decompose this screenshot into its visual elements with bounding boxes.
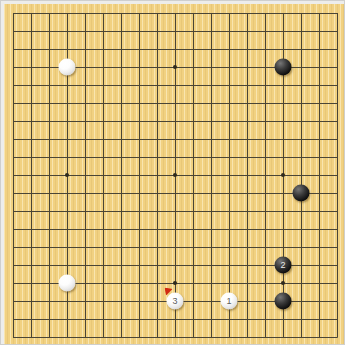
- intersection-L10[interactable]: [184, 166, 202, 184]
- intersection-J15[interactable]: [148, 76, 166, 94]
- intersection-N14[interactable]: [220, 94, 238, 112]
- intersection-A17[interactable]: [4, 40, 22, 58]
- intersection-M3[interactable]: [202, 292, 220, 310]
- intersection-S3[interactable]: [310, 292, 328, 310]
- intersection-R3[interactable]: [292, 292, 310, 310]
- intersection-H9[interactable]: [130, 184, 148, 202]
- intersection-J3[interactable]: [148, 292, 166, 310]
- intersection-N4[interactable]: [220, 274, 238, 292]
- intersection-S13[interactable]: [310, 112, 328, 130]
- intersection-F19[interactable]: [94, 4, 112, 22]
- intersection-E14[interactable]: [76, 94, 94, 112]
- intersection-J16[interactable]: [148, 58, 166, 76]
- intersection-P12[interactable]: [256, 130, 274, 148]
- intersection-P17[interactable]: [256, 40, 274, 58]
- intersection-C19[interactable]: [40, 4, 58, 22]
- intersection-A5[interactable]: [4, 256, 22, 274]
- intersection-R15[interactable]: [292, 76, 310, 94]
- intersection-O14[interactable]: [238, 94, 256, 112]
- intersection-Q18[interactable]: [274, 22, 292, 40]
- intersection-P7[interactable]: [256, 220, 274, 238]
- intersection-K6[interactable]: [166, 238, 184, 256]
- intersection-G4[interactable]: [112, 274, 130, 292]
- intersection-N15[interactable]: [220, 76, 238, 94]
- intersection-Q19[interactable]: [274, 4, 292, 22]
- intersection-S1[interactable]: [310, 328, 328, 345]
- intersection-R14[interactable]: [292, 94, 310, 112]
- intersection-T8[interactable]: [328, 202, 345, 220]
- intersection-Q12[interactable]: [274, 130, 292, 148]
- intersection-A1[interactable]: [4, 328, 22, 345]
- intersection-L12[interactable]: [184, 130, 202, 148]
- intersection-S10[interactable]: [310, 166, 328, 184]
- intersection-A14[interactable]: [4, 94, 22, 112]
- intersection-S17[interactable]: [310, 40, 328, 58]
- intersection-M2[interactable]: [202, 310, 220, 328]
- intersection-D9[interactable]: [58, 184, 76, 202]
- intersection-P16[interactable]: [256, 58, 274, 76]
- intersection-C15[interactable]: [40, 76, 58, 94]
- intersection-N5[interactable]: [220, 256, 238, 274]
- intersection-H4[interactable]: [130, 274, 148, 292]
- intersection-A12[interactable]: [4, 130, 22, 148]
- intersection-N17[interactable]: [220, 40, 238, 58]
- intersection-N6[interactable]: [220, 238, 238, 256]
- intersection-F16[interactable]: [94, 58, 112, 76]
- intersection-A4[interactable]: [4, 274, 22, 292]
- intersection-B18[interactable]: [22, 22, 40, 40]
- intersection-H10[interactable]: [130, 166, 148, 184]
- intersection-O16[interactable]: [238, 58, 256, 76]
- intersection-E11[interactable]: [76, 148, 94, 166]
- intersection-Q1[interactable]: [274, 328, 292, 345]
- intersection-R11[interactable]: [292, 148, 310, 166]
- intersection-A3[interactable]: [4, 292, 22, 310]
- intersection-M13[interactable]: [202, 112, 220, 130]
- intersection-G7[interactable]: [112, 220, 130, 238]
- intersection-M16[interactable]: [202, 58, 220, 76]
- intersection-O8[interactable]: [238, 202, 256, 220]
- intersection-N13[interactable]: [220, 112, 238, 130]
- intersection-L17[interactable]: [184, 40, 202, 58]
- intersection-P13[interactable]: [256, 112, 274, 130]
- intersection-J14[interactable]: [148, 94, 166, 112]
- intersection-T11[interactable]: [328, 148, 345, 166]
- intersection-H2[interactable]: [130, 310, 148, 328]
- intersection-B5[interactable]: [22, 256, 40, 274]
- intersection-G9[interactable]: [112, 184, 130, 202]
- intersection-J12[interactable]: [148, 130, 166, 148]
- intersection-A13[interactable]: [4, 112, 22, 130]
- intersection-R13[interactable]: [292, 112, 310, 130]
- intersection-R17[interactable]: [292, 40, 310, 58]
- intersection-D2[interactable]: [58, 310, 76, 328]
- intersection-S8[interactable]: [310, 202, 328, 220]
- intersection-A18[interactable]: [4, 22, 22, 40]
- intersection-K18[interactable]: [166, 22, 184, 40]
- intersection-H5[interactable]: [130, 256, 148, 274]
- intersection-E16[interactable]: [76, 58, 94, 76]
- intersection-F13[interactable]: [94, 112, 112, 130]
- intersection-H18[interactable]: [130, 22, 148, 40]
- intersection-G16[interactable]: [112, 58, 130, 76]
- intersection-C14[interactable]: [40, 94, 58, 112]
- intersection-O11[interactable]: [238, 148, 256, 166]
- intersection-O5[interactable]: [238, 256, 256, 274]
- intersection-G17[interactable]: [112, 40, 130, 58]
- intersection-K5[interactable]: [166, 256, 184, 274]
- intersection-C2[interactable]: [40, 310, 58, 328]
- intersection-E9[interactable]: [76, 184, 94, 202]
- intersection-S18[interactable]: [310, 22, 328, 40]
- intersection-K17[interactable]: [166, 40, 184, 58]
- intersection-J6[interactable]: [148, 238, 166, 256]
- intersection-N19[interactable]: [220, 4, 238, 22]
- intersection-H1[interactable]: [130, 328, 148, 345]
- intersection-P9[interactable]: [256, 184, 274, 202]
- intersection-K2[interactable]: [166, 310, 184, 328]
- intersection-M12[interactable]: [202, 130, 220, 148]
- intersection-H13[interactable]: [130, 112, 148, 130]
- intersection-R12[interactable]: [292, 130, 310, 148]
- intersection-H12[interactable]: [130, 130, 148, 148]
- intersection-C9[interactable]: [40, 184, 58, 202]
- intersection-F12[interactable]: [94, 130, 112, 148]
- intersection-G14[interactable]: [112, 94, 130, 112]
- intersection-D8[interactable]: [58, 202, 76, 220]
- intersection-L19[interactable]: [184, 4, 202, 22]
- intersection-J19[interactable]: [148, 4, 166, 22]
- intersection-P4[interactable]: [256, 274, 274, 292]
- intersection-E6[interactable]: [76, 238, 94, 256]
- intersection-G13[interactable]: [112, 112, 130, 130]
- intersection-Q9[interactable]: [274, 184, 292, 202]
- intersection-J1[interactable]: [148, 328, 166, 345]
- intersection-T17[interactable]: [328, 40, 345, 58]
- intersection-D6[interactable]: [58, 238, 76, 256]
- intersection-E8[interactable]: [76, 202, 94, 220]
- intersection-C12[interactable]: [40, 130, 58, 148]
- intersection-Q11[interactable]: [274, 148, 292, 166]
- intersection-N8[interactable]: [220, 202, 238, 220]
- intersection-R7[interactable]: [292, 220, 310, 238]
- intersection-O13[interactable]: [238, 112, 256, 130]
- intersection-H17[interactable]: [130, 40, 148, 58]
- intersection-T4[interactable]: [328, 274, 345, 292]
- intersection-T6[interactable]: [328, 238, 345, 256]
- intersection-A15[interactable]: [4, 76, 22, 94]
- intersection-O3[interactable]: [238, 292, 256, 310]
- intersection-P18[interactable]: [256, 22, 274, 40]
- intersection-C4[interactable]: [40, 274, 58, 292]
- intersection-C16[interactable]: [40, 58, 58, 76]
- intersection-D1[interactable]: [58, 328, 76, 345]
- intersection-B10[interactable]: [22, 166, 40, 184]
- intersection-S4[interactable]: [310, 274, 328, 292]
- intersection-P15[interactable]: [256, 76, 274, 94]
- intersection-B12[interactable]: [22, 130, 40, 148]
- intersection-C18[interactable]: [40, 22, 58, 40]
- intersection-F18[interactable]: [94, 22, 112, 40]
- intersection-R16[interactable]: [292, 58, 310, 76]
- intersection-J17[interactable]: [148, 40, 166, 58]
- intersection-H7[interactable]: [130, 220, 148, 238]
- intersection-M19[interactable]: [202, 4, 220, 22]
- intersection-L14[interactable]: [184, 94, 202, 112]
- intersection-L15[interactable]: [184, 76, 202, 94]
- intersection-F9[interactable]: [94, 184, 112, 202]
- intersection-P8[interactable]: [256, 202, 274, 220]
- intersection-O19[interactable]: [238, 4, 256, 22]
- intersection-K1[interactable]: [166, 328, 184, 345]
- intersection-K12[interactable]: [166, 130, 184, 148]
- intersection-O10[interactable]: [238, 166, 256, 184]
- intersection-N9[interactable]: [220, 184, 238, 202]
- intersection-E19[interactable]: [76, 4, 94, 22]
- intersection-L9[interactable]: [184, 184, 202, 202]
- intersection-D12[interactable]: [58, 130, 76, 148]
- intersection-N11[interactable]: [220, 148, 238, 166]
- intersection-K9[interactable]: [166, 184, 184, 202]
- intersection-L8[interactable]: [184, 202, 202, 220]
- intersection-T19[interactable]: [328, 4, 345, 22]
- intersection-D19[interactable]: [58, 4, 76, 22]
- intersection-Q6[interactable]: [274, 238, 292, 256]
- intersection-B14[interactable]: [22, 94, 40, 112]
- intersection-G2[interactable]: [112, 310, 130, 328]
- intersection-B3[interactable]: [22, 292, 40, 310]
- intersection-T9[interactable]: [328, 184, 345, 202]
- intersection-M14[interactable]: [202, 94, 220, 112]
- intersection-J4[interactable]: [148, 274, 166, 292]
- intersection-A16[interactable]: [4, 58, 22, 76]
- intersection-L7[interactable]: [184, 220, 202, 238]
- intersection-J13[interactable]: [148, 112, 166, 130]
- intersection-L6[interactable]: [184, 238, 202, 256]
- intersection-T10[interactable]: [328, 166, 345, 184]
- intersection-T2[interactable]: [328, 310, 345, 328]
- intersection-G1[interactable]: [112, 328, 130, 345]
- intersection-S16[interactable]: [310, 58, 328, 76]
- intersection-L13[interactable]: [184, 112, 202, 130]
- intersection-H11[interactable]: [130, 148, 148, 166]
- intersection-E7[interactable]: [76, 220, 94, 238]
- intersection-Q7[interactable]: [274, 220, 292, 238]
- intersection-P11[interactable]: [256, 148, 274, 166]
- intersection-G3[interactable]: [112, 292, 130, 310]
- intersection-M10[interactable]: [202, 166, 220, 184]
- intersection-E18[interactable]: [76, 22, 94, 40]
- intersection-T15[interactable]: [328, 76, 345, 94]
- intersection-F4[interactable]: [94, 274, 112, 292]
- intersection-M18[interactable]: [202, 22, 220, 40]
- intersection-B7[interactable]: [22, 220, 40, 238]
- intersection-A8[interactable]: [4, 202, 22, 220]
- intersection-T1[interactable]: [328, 328, 345, 345]
- intersection-Q17[interactable]: [274, 40, 292, 58]
- intersection-E3[interactable]: [76, 292, 94, 310]
- intersection-S2[interactable]: [310, 310, 328, 328]
- intersection-P5[interactable]: [256, 256, 274, 274]
- intersection-F5[interactable]: [94, 256, 112, 274]
- intersection-M17[interactable]: [202, 40, 220, 58]
- intersection-L11[interactable]: [184, 148, 202, 166]
- intersection-L3[interactable]: [184, 292, 202, 310]
- intersection-S15[interactable]: [310, 76, 328, 94]
- intersection-R18[interactable]: [292, 22, 310, 40]
- intersection-C1[interactable]: [40, 328, 58, 345]
- intersection-G12[interactable]: [112, 130, 130, 148]
- intersection-T3[interactable]: [328, 292, 345, 310]
- intersection-E17[interactable]: [76, 40, 94, 58]
- intersection-B16[interactable]: [22, 58, 40, 76]
- intersection-C17[interactable]: [40, 40, 58, 58]
- intersection-O2[interactable]: [238, 310, 256, 328]
- intersection-T13[interactable]: [328, 112, 345, 130]
- intersection-F7[interactable]: [94, 220, 112, 238]
- intersection-B9[interactable]: [22, 184, 40, 202]
- intersection-R4[interactable]: [292, 274, 310, 292]
- intersection-G11[interactable]: [112, 148, 130, 166]
- intersection-Q15[interactable]: [274, 76, 292, 94]
- intersection-M9[interactable]: [202, 184, 220, 202]
- intersection-C10[interactable]: [40, 166, 58, 184]
- intersection-L5[interactable]: [184, 256, 202, 274]
- intersection-L4[interactable]: [184, 274, 202, 292]
- intersection-N7[interactable]: [220, 220, 238, 238]
- intersection-T5[interactable]: [328, 256, 345, 274]
- intersection-H15[interactable]: [130, 76, 148, 94]
- intersection-A6[interactable]: [4, 238, 22, 256]
- intersection-P2[interactable]: [256, 310, 274, 328]
- intersection-E4[interactable]: [76, 274, 94, 292]
- intersection-J9[interactable]: [148, 184, 166, 202]
- intersection-H6[interactable]: [130, 238, 148, 256]
- intersection-F11[interactable]: [94, 148, 112, 166]
- intersection-J8[interactable]: [148, 202, 166, 220]
- intersection-B15[interactable]: [22, 76, 40, 94]
- intersection-G18[interactable]: [112, 22, 130, 40]
- intersection-P10[interactable]: [256, 166, 274, 184]
- intersection-N16[interactable]: [220, 58, 238, 76]
- intersection-P6[interactable]: [256, 238, 274, 256]
- intersection-G6[interactable]: [112, 238, 130, 256]
- intersection-B4[interactable]: [22, 274, 40, 292]
- intersection-O17[interactable]: [238, 40, 256, 58]
- intersection-G10[interactable]: [112, 166, 130, 184]
- intersection-A7[interactable]: [4, 220, 22, 238]
- intersection-H16[interactable]: [130, 58, 148, 76]
- intersection-R1[interactable]: [292, 328, 310, 345]
- intersection-L16[interactable]: [184, 58, 202, 76]
- intersection-G15[interactable]: [112, 76, 130, 94]
- intersection-T7[interactable]: [328, 220, 345, 238]
- intersection-H14[interactable]: [130, 94, 148, 112]
- intersection-D15[interactable]: [58, 76, 76, 94]
- intersection-K8[interactable]: [166, 202, 184, 220]
- intersection-N18[interactable]: [220, 22, 238, 40]
- intersection-E5[interactable]: [76, 256, 94, 274]
- intersection-H8[interactable]: [130, 202, 148, 220]
- intersection-Q2[interactable]: [274, 310, 292, 328]
- intersection-D17[interactable]: [58, 40, 76, 58]
- intersection-E15[interactable]: [76, 76, 94, 94]
- intersection-C6[interactable]: [40, 238, 58, 256]
- intersection-O7[interactable]: [238, 220, 256, 238]
- intersection-E12[interactable]: [76, 130, 94, 148]
- intersection-C7[interactable]: [40, 220, 58, 238]
- intersection-F2[interactable]: [94, 310, 112, 328]
- intersection-S6[interactable]: [310, 238, 328, 256]
- intersection-F17[interactable]: [94, 40, 112, 58]
- intersection-M15[interactable]: [202, 76, 220, 94]
- intersection-P14[interactable]: [256, 94, 274, 112]
- intersection-A9[interactable]: [4, 184, 22, 202]
- intersection-T12[interactable]: [328, 130, 345, 148]
- intersection-B6[interactable]: [22, 238, 40, 256]
- intersection-D7[interactable]: [58, 220, 76, 238]
- intersection-F1[interactable]: [94, 328, 112, 345]
- intersection-K7[interactable]: [166, 220, 184, 238]
- intersection-R8[interactable]: [292, 202, 310, 220]
- intersection-O6[interactable]: [238, 238, 256, 256]
- intersection-S12[interactable]: [310, 130, 328, 148]
- intersection-L1[interactable]: [184, 328, 202, 345]
- intersection-C8[interactable]: [40, 202, 58, 220]
- intersection-R6[interactable]: [292, 238, 310, 256]
- intersection-P19[interactable]: [256, 4, 274, 22]
- intersection-B17[interactable]: [22, 40, 40, 58]
- intersection-G19[interactable]: [112, 4, 130, 22]
- intersection-E2[interactable]: [76, 310, 94, 328]
- intersection-G8[interactable]: [112, 202, 130, 220]
- intersection-B13[interactable]: [22, 112, 40, 130]
- intersection-M4[interactable]: [202, 274, 220, 292]
- intersection-M5[interactable]: [202, 256, 220, 274]
- intersection-D13[interactable]: [58, 112, 76, 130]
- intersection-K13[interactable]: [166, 112, 184, 130]
- intersection-J5[interactable]: [148, 256, 166, 274]
- intersection-P3[interactable]: [256, 292, 274, 310]
- intersection-M11[interactable]: [202, 148, 220, 166]
- intersection-D5[interactable]: [58, 256, 76, 274]
- intersection-F3[interactable]: [94, 292, 112, 310]
- intersection-F8[interactable]: [94, 202, 112, 220]
- intersection-E13[interactable]: [76, 112, 94, 130]
- intersection-L18[interactable]: [184, 22, 202, 40]
- intersection-F15[interactable]: [94, 76, 112, 94]
- intersection-M6[interactable]: [202, 238, 220, 256]
- intersection-S7[interactable]: [310, 220, 328, 238]
- intersection-O1[interactable]: [238, 328, 256, 345]
- intersection-F6[interactable]: [94, 238, 112, 256]
- intersection-T16[interactable]: [328, 58, 345, 76]
- intersection-C3[interactable]: [40, 292, 58, 310]
- intersection-J10[interactable]: [148, 166, 166, 184]
- intersection-C13[interactable]: [40, 112, 58, 130]
- intersection-C5[interactable]: [40, 256, 58, 274]
- intersection-E10[interactable]: [76, 166, 94, 184]
- intersection-A2[interactable]: [4, 310, 22, 328]
- intersection-B8[interactable]: [22, 202, 40, 220]
- intersection-R10[interactable]: [292, 166, 310, 184]
- intersection-F14[interactable]: [94, 94, 112, 112]
- intersection-S11[interactable]: [310, 148, 328, 166]
- intersection-O12[interactable]: [238, 130, 256, 148]
- intersection-M1[interactable]: [202, 328, 220, 345]
- intersection-G5[interactable]: [112, 256, 130, 274]
- intersection-S5[interactable]: [310, 256, 328, 274]
